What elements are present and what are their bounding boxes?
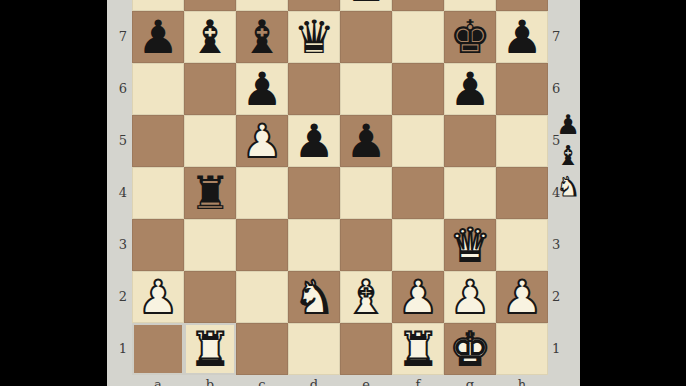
piece-white-pawn: ♟ (496, 271, 548, 323)
square-a5[interactable] (132, 115, 184, 167)
piece-white-pawn: ♟ (236, 115, 288, 167)
piece-black-bishop: ♝ (236, 11, 288, 63)
rank-label-1-right: 1 (548, 323, 580, 375)
file-label-h: h (496, 375, 548, 386)
rank-label-8-right: 8 (548, 0, 580, 11)
piece-white-pawn: ♟ (132, 271, 184, 323)
square-e3[interactable] (340, 219, 392, 271)
piece-black-king: ♚ (444, 11, 496, 63)
square-e5[interactable]: ♟ (340, 115, 392, 167)
square-d5[interactable]: ♟ (288, 115, 340, 167)
rank-label-6-left: 6 (107, 63, 132, 115)
square-c5[interactable]: ♟ (236, 115, 288, 167)
piece-white-rook: ♜ (184, 323, 236, 375)
square-e4[interactable] (340, 167, 392, 219)
square-c1[interactable] (236, 323, 288, 375)
square-b6[interactable] (184, 63, 236, 115)
piece-black-pawn: ♟ (132, 11, 184, 63)
rank-label-3-left: 3 (107, 219, 132, 271)
piece-white-queen: ♛ (444, 219, 496, 271)
piece-black-pawn: ♟ (496, 11, 548, 63)
square-c4[interactable] (236, 167, 288, 219)
square-b5[interactable] (184, 115, 236, 167)
file-label-a: a (132, 375, 184, 386)
square-e7[interactable] (340, 11, 392, 63)
file-label-d: d (288, 375, 340, 386)
piece-white-king: ♚ (444, 323, 496, 375)
square-b3[interactable] (184, 219, 236, 271)
square-f4[interactable] (392, 167, 444, 219)
square-h2[interactable]: ♟ (496, 271, 548, 323)
rank-label-7-right: 7 (548, 11, 580, 63)
square-h6[interactable] (496, 63, 548, 115)
square-e1[interactable] (340, 323, 392, 375)
square-f2[interactable]: ♟ (392, 271, 444, 323)
square-a6[interactable] (132, 63, 184, 115)
square-b2[interactable] (184, 271, 236, 323)
piece-black-pawn: ♟ (288, 115, 340, 167)
file-labels: abcdefgh (132, 375, 548, 386)
chess-board: ♜♟♝♝♛♚♟♟♟♟♟♟♜♛♟♞♝♟♟♟♜♜♚ (132, 0, 548, 375)
captured-black-pawn-icon: ♟ (556, 109, 580, 140)
rank-label-7-left: 7 (107, 11, 132, 63)
square-f6[interactable] (392, 63, 444, 115)
square-h3[interactable] (496, 219, 548, 271)
square-d3[interactable] (288, 219, 340, 271)
piece-black-bishop: ♝ (184, 11, 236, 63)
square-h1[interactable] (496, 323, 548, 375)
square-g5[interactable] (444, 115, 496, 167)
square-f3[interactable] (392, 219, 444, 271)
piece-white-bishop: ♝ (340, 271, 392, 323)
square-h4[interactable] (496, 167, 548, 219)
piece-black-pawn: ♟ (444, 63, 496, 115)
rank-label-2-left: 2 (107, 271, 132, 323)
square-b1[interactable]: ♜ (184, 323, 236, 375)
piece-black-queen: ♛ (288, 11, 340, 63)
square-b7[interactable]: ♝ (184, 11, 236, 63)
piece-black-rook: ♜ (340, 0, 392, 11)
rank-label-4-left: 4 (107, 167, 132, 219)
square-a4[interactable] (132, 167, 184, 219)
square-a7[interactable]: ♟ (132, 11, 184, 63)
square-d2[interactable]: ♞ (288, 271, 340, 323)
square-c3[interactable] (236, 219, 288, 271)
square-a3[interactable] (132, 219, 184, 271)
square-d4[interactable] (288, 167, 340, 219)
square-h5[interactable] (496, 115, 548, 167)
piece-white-pawn: ♟ (392, 271, 444, 323)
file-label-b: b (184, 375, 236, 386)
rank-labels-left: 87654321 (107, 0, 132, 375)
file-label-c: c (236, 375, 288, 386)
file-label-f: f (392, 375, 444, 386)
chess-video-frame: 87654321 ♜♟♝♝♛♚♟♟♟♟♟♟♜♛♟♞♝♟♟♟♜♜♚ 8765432… (0, 0, 686, 386)
square-h7[interactable]: ♟ (496, 11, 548, 63)
rank-label-3-right: 3 (548, 219, 580, 271)
rank-label-8-left: 8 (107, 0, 132, 11)
square-f5[interactable] (392, 115, 444, 167)
square-a2[interactable]: ♟ (132, 271, 184, 323)
square-g4[interactable] (444, 167, 496, 219)
captured-black-bishop-icon: ♝ (556, 140, 580, 171)
square-f8[interactable] (392, 0, 444, 11)
rank-label-1-left: 1 (107, 323, 132, 375)
square-a1[interactable] (132, 323, 184, 375)
square-c6[interactable]: ♟ (236, 63, 288, 115)
captured-pieces-tray: ♟♝♞ (556, 109, 580, 202)
square-g3[interactable]: ♛ (444, 219, 496, 271)
square-d6[interactable] (288, 63, 340, 115)
square-g1[interactable]: ♚ (444, 323, 496, 375)
rank-label-6-right: 6 (548, 63, 580, 115)
piece-white-pawn: ♟ (444, 271, 496, 323)
piece-black-pawn: ♟ (340, 115, 392, 167)
square-e2[interactable]: ♝ (340, 271, 392, 323)
square-d1[interactable] (288, 323, 340, 375)
square-c2[interactable] (236, 271, 288, 323)
square-f7[interactable] (392, 11, 444, 63)
piece-white-knight: ♞ (288, 271, 340, 323)
square-g7[interactable]: ♚ (444, 11, 496, 63)
square-e8[interactable]: ♜ (340, 0, 392, 11)
square-g2[interactable]: ♟ (444, 271, 496, 323)
square-b4[interactable]: ♜ (184, 167, 236, 219)
piece-black-pawn: ♟ (236, 63, 288, 115)
board-panel: 87654321 ♜♟♝♝♛♚♟♟♟♟♟♟♜♛♟♞♝♟♟♟♜♜♚ 8765432… (107, 0, 580, 386)
square-g6[interactable]: ♟ (444, 63, 496, 115)
captured-white-knight-icon: ♞ (556, 171, 580, 202)
square-f1[interactable]: ♜ (392, 323, 444, 375)
square-e6[interactable] (340, 63, 392, 115)
piece-black-rook: ♜ (184, 167, 236, 219)
square-d7[interactable]: ♛ (288, 11, 340, 63)
rank-label-2-right: 2 (548, 271, 580, 323)
piece-white-rook: ♜ (392, 323, 444, 375)
rank-label-5-left: 5 (107, 115, 132, 167)
file-label-e: e (340, 375, 392, 386)
square-c7[interactable]: ♝ (236, 11, 288, 63)
file-label-g: g (444, 375, 496, 386)
